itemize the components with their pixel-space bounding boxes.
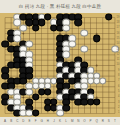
game-info-bar: 白 柯洁 九段 · 黑 朴廷桓 九段 白中盘胜: [0, 0, 120, 13]
board-intersections[interactable]: [2, 15, 118, 116]
column-label: T: [112, 117, 118, 125]
column-labels: ABCDEFGHJKLMNOPQRST: [2, 117, 118, 125]
go-game-record: 白 柯洁 九段 · 黑 朴廷桓 九段 白中盘胜 1918171615141312…: [0, 0, 120, 125]
row-label: 1: [116, 110, 120, 115]
go-board[interactable]: 19181716151413121110987654321: [0, 13, 120, 117]
coordinate-footer: ABCDEFGHJKLMNOPQRST: [0, 117, 120, 125]
game-title: 白 柯洁 九段 · 黑 朴廷桓 九段 白中盘胜: [19, 4, 101, 9]
row-labels: 19181716151413121110987654321: [116, 15, 120, 116]
